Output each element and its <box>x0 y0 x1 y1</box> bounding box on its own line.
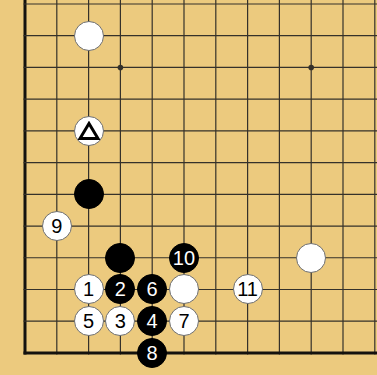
stone-black-E2: 4 <box>137 306 167 336</box>
stone-white-C3: 1 <box>74 274 104 304</box>
move-number-label: 9 <box>51 216 62 236</box>
board-point-C2: 5 <box>73 305 105 337</box>
stone-black-C6 <box>74 179 104 209</box>
move-number-label: 4 <box>147 311 158 331</box>
move-number-label: 2 <box>115 279 126 299</box>
stone-white-B5: 9 <box>42 211 72 241</box>
board-point-D4 <box>104 242 136 274</box>
board-point-C11 <box>73 20 105 52</box>
board-point-C3: 1 <box>73 274 105 306</box>
go-diagram: 9101261153478 <box>0 0 377 375</box>
board-point-E2: 4 <box>136 305 168 337</box>
move-number-label: 5 <box>83 311 94 331</box>
move-number-label: 3 <box>115 311 126 331</box>
board: 9101261153478 <box>9 0 377 369</box>
move-number-label: 1 <box>83 279 94 299</box>
stone-white-K4 <box>296 243 326 273</box>
stone-black-E1: 8 <box>137 338 167 368</box>
stone-black-E3: 6 <box>137 274 167 304</box>
stone-white-C11 <box>74 21 104 51</box>
board-point-F2: 7 <box>168 305 200 337</box>
stone-white-F2: 7 <box>169 306 199 336</box>
board-point-D3: 2 <box>104 274 136 306</box>
board-point-F4: 10 <box>168 242 200 274</box>
board-point-K4 <box>295 242 327 274</box>
stone-black-D3: 2 <box>105 274 135 304</box>
move-number-label: 11 <box>237 279 258 299</box>
stone-black-D4 <box>105 243 135 273</box>
board-point-C8 <box>73 115 105 147</box>
stone-white-F3 <box>169 274 199 304</box>
move-number-label: 7 <box>178 311 189 331</box>
board-point-B5: 9 <box>41 210 73 242</box>
stone-white-C2: 5 <box>74 306 104 336</box>
move-number-label: 8 <box>147 343 158 363</box>
triangle-mark-icon <box>78 121 100 141</box>
stone-white-C8 <box>74 116 104 146</box>
board-point-H3: 11 <box>232 274 264 306</box>
move-number-label: 6 <box>147 279 158 299</box>
board-point-D2: 3 <box>104 305 136 337</box>
move-number-label: 10 <box>173 248 195 268</box>
stone-white-H3: 11 <box>233 274 263 304</box>
board-point-C6 <box>73 178 105 210</box>
board-point-E1: 8 <box>136 337 168 369</box>
stone-white-D2: 3 <box>105 306 135 336</box>
board-point-F3 <box>168 274 200 306</box>
board-point-E3: 6 <box>136 274 168 306</box>
stone-black-F4: 10 <box>169 243 199 273</box>
